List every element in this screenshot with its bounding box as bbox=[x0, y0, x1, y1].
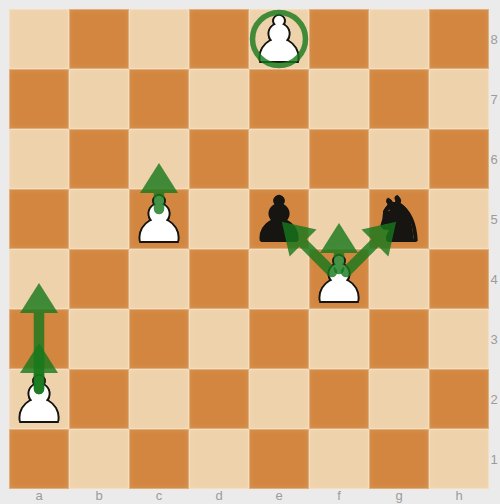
file-label-g: g bbox=[369, 487, 429, 504]
rank-label-5: 5 bbox=[488, 189, 500, 249]
white-pawn-c5[interactable]: ♟ bbox=[129, 190, 189, 250]
rank-label-2: 2 bbox=[488, 369, 500, 429]
file-label-f: f bbox=[309, 487, 369, 504]
rank-coordinates: 87654321 bbox=[488, 9, 500, 489]
file-label-b: b bbox=[69, 487, 129, 504]
rank-label-6: 6 bbox=[488, 129, 500, 189]
rank-label-3: 3 bbox=[488, 309, 500, 369]
white-pawn-a2[interactable]: ♟ bbox=[9, 370, 69, 430]
file-label-e: e bbox=[249, 487, 309, 504]
file-label-d: d bbox=[189, 487, 249, 504]
chess-lesson-scene: ♟♟♟♞♟♟ abcdefgh 87654321 bbox=[0, 0, 500, 504]
file-label-a: a bbox=[9, 487, 69, 504]
white-pawn-f4[interactable]: ♟ bbox=[309, 250, 369, 310]
rank-label-8: 8 bbox=[488, 9, 500, 69]
black-knight-g5[interactable]: ♞ bbox=[369, 190, 429, 250]
white-pawn-e8[interactable]: ♟ bbox=[249, 10, 309, 70]
black-pawn-e5[interactable]: ♟ bbox=[249, 190, 309, 250]
file-coordinates: abcdefgh bbox=[9, 487, 489, 504]
file-label-c: c bbox=[129, 487, 189, 504]
file-label-h: h bbox=[429, 487, 489, 504]
rank-label-4: 4 bbox=[488, 249, 500, 309]
rank-label-7: 7 bbox=[488, 69, 500, 129]
pieces-layer: ♟♟♟♞♟♟ bbox=[9, 9, 489, 489]
rank-label-1: 1 bbox=[488, 429, 500, 489]
